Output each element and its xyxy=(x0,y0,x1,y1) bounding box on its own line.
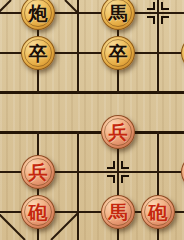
grid-line-file7-top xyxy=(157,0,159,93)
red-soldier[interactable]: 兵 xyxy=(101,115,135,149)
grid-line-file5-top xyxy=(77,0,79,93)
red-horse[interactable]: 馬 xyxy=(101,195,135,229)
piece-character: 兵 xyxy=(109,123,128,142)
piece-character: 砲 xyxy=(29,203,48,222)
piece-character: 卒 xyxy=(29,44,48,63)
red-soldier[interactable]: 兵 xyxy=(181,155,184,189)
piece-character: 馬 xyxy=(109,4,128,23)
palace-diagonal-bottom-right xyxy=(51,213,78,240)
black-soldier[interactable]: 卒 xyxy=(101,36,135,70)
black-soldier[interactable]: 卒 xyxy=(181,36,184,70)
black-cannon[interactable]: 炮 xyxy=(21,0,55,30)
piece-character: 卒 xyxy=(109,44,128,63)
red-cannon[interactable]: 砲 xyxy=(21,195,55,229)
red-soldier[interactable]: 兵 xyxy=(21,155,55,189)
piece-character: 砲 xyxy=(149,203,168,222)
black-horse[interactable]: 馬 xyxy=(101,0,135,30)
piece-character: 兵 xyxy=(29,163,48,182)
piece-character: 炮 xyxy=(29,4,48,23)
black-soldier[interactable]: 卒 xyxy=(21,36,55,70)
grid-line-file5-bottom xyxy=(77,131,79,240)
piece-character: 馬 xyxy=(109,203,128,222)
xiangqi-board: 炮馬卒卒卒兵兵兵砲馬砲 xyxy=(0,0,184,240)
red-cannon[interactable]: 砲 xyxy=(141,195,175,229)
